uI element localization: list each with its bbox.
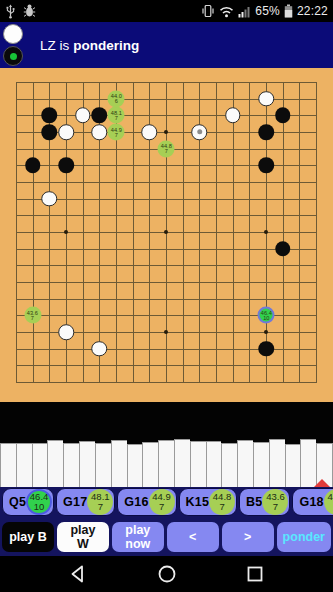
star-point [264, 330, 268, 334]
winrate-bar [79, 441, 95, 487]
candidate-stats-circle: 48.17 [87, 489, 113, 515]
wifi-icon [219, 5, 234, 18]
candidate-visits: 7 [219, 502, 224, 512]
candidate-move-coord: G17 [63, 495, 87, 509]
white-stone [225, 108, 241, 124]
white-stone-indicator [3, 24, 23, 44]
black-stone [25, 158, 41, 174]
winrate-bar [95, 443, 111, 487]
status-left-icons [5, 4, 36, 19]
candidate-visits: 10 [34, 502, 45, 512]
black-stone [275, 241, 291, 257]
white-stone [142, 124, 158, 140]
black-stone [258, 158, 274, 174]
grid-line [316, 82, 317, 383]
candidate-move-label[interactable]: 44.87 [158, 140, 175, 157]
grid-line [216, 82, 217, 383]
candidate-move-label[interactable]: 46.410 [258, 307, 275, 324]
grid-line [299, 82, 300, 383]
candidate-chip-b5[interactable]: B543.67 [239, 488, 290, 516]
star-point [164, 230, 168, 234]
candidate-chip-g18[interactable]: G1844.06 [292, 488, 333, 516]
usb-icon [5, 4, 16, 19]
candidate-visits: 7 [98, 502, 103, 512]
grid-line [16, 365, 317, 366]
page-title: LZ ispondering [40, 22, 139, 68]
winrate-bar [269, 439, 285, 487]
candidate-chip-g17[interactable]: G1748.17 [56, 488, 115, 516]
clock: 22:22 [297, 4, 328, 18]
battery-percent: 65% [255, 4, 280, 18]
winrate-bar [16, 443, 32, 487]
black-stone [258, 341, 274, 357]
winrate-bar [47, 440, 63, 487]
candidate-label-text: 46.410 [261, 310, 272, 321]
white-stone [192, 124, 208, 140]
candidate-move-coord: Q5 [9, 495, 26, 509]
candidate-move-list: Q546.410G1748.17G1644.97K1544.87B543.67G… [0, 487, 333, 517]
black-stone [92, 108, 108, 124]
white-stone [92, 124, 108, 140]
grid-line [183, 82, 184, 383]
winrate-bar [174, 439, 190, 487]
controls-row: play Bplay Wplay now<>ponder [0, 517, 333, 556]
winrate-bar [253, 442, 269, 487]
home-icon[interactable] [157, 564, 177, 584]
white-stone [92, 341, 108, 357]
candidate-chip-g16[interactable]: G1644.97 [117, 488, 176, 516]
star-point [164, 130, 168, 134]
control-ponder[interactable]: ponder [277, 522, 331, 552]
candidate-stats-circle: 44.06 [324, 489, 333, 515]
grid-line [16, 282, 317, 283]
black-stone [42, 124, 58, 140]
current-move-marker-icon [314, 479, 330, 487]
candidate-visits: 7 [159, 502, 164, 512]
winrate-bar [190, 441, 206, 487]
winrate-bar [221, 443, 237, 487]
candidate-stats-circle: 43.67 [262, 489, 288, 515]
candidate-label-text: 44.97 [111, 126, 122, 137]
title-bar: LZ ispondering [0, 22, 333, 68]
grid-line [16, 382, 317, 383]
grid-line [16, 299, 317, 300]
winrate-bar [0, 443, 16, 487]
turn-indicator-dot [10, 53, 17, 60]
white-stone [258, 91, 274, 107]
winrate-history-panel[interactable] [0, 402, 333, 487]
white-stone [58, 324, 74, 340]
candidate-stats-circle: 46.410 [26, 489, 52, 515]
app-screen: 65% 22:22 LZ ispondering 46.41048.1744.9… [0, 0, 333, 592]
last-move-marker [197, 130, 202, 135]
candidate-chip-k15[interactable]: K1544.87 [179, 488, 238, 516]
winrate-bar [206, 441, 222, 487]
candidate-move-label[interactable]: 44.06 [108, 90, 125, 107]
candidate-chip-q5[interactable]: Q546.410 [2, 488, 54, 516]
candidate-stats-circle: 44.97 [149, 489, 175, 515]
black-stone [42, 108, 58, 124]
white-stone [42, 191, 58, 207]
grid-line [16, 265, 317, 266]
winrate-bar [127, 444, 143, 487]
star-point [64, 230, 68, 234]
candidate-label-text: 43.67 [27, 310, 38, 321]
black-stone [58, 158, 74, 174]
android-status-bar: 65% 22:22 [0, 0, 333, 22]
control-play-now[interactable]: play now [112, 522, 164, 552]
winrate-bar [63, 443, 79, 487]
candidate-move-coord: G18 [299, 495, 323, 509]
black-stone [275, 108, 291, 124]
white-stone [75, 108, 91, 124]
candidate-move-coord: B5 [246, 495, 262, 509]
vibrate-icon [201, 4, 215, 18]
winrate-bar [237, 440, 253, 487]
candidate-move-coord: K15 [186, 495, 210, 509]
candidate-move-label[interactable]: 43.67 [24, 307, 41, 324]
candidate-label-text: 44.87 [161, 143, 172, 154]
winrate-bar [32, 443, 48, 487]
grid-line [283, 82, 284, 383]
winrate-history-chart [0, 402, 333, 487]
back-icon[interactable] [68, 564, 88, 584]
candidate-stats-circle: 44.87 [209, 489, 235, 515]
winrate-bar [142, 442, 158, 487]
control-play-b[interactable]: play B [2, 522, 54, 552]
grid-line [233, 82, 234, 383]
candidate-visits: 7 [273, 502, 278, 512]
signal-icon [238, 5, 251, 18]
winrate-bar [111, 440, 127, 487]
black-stone [258, 124, 274, 140]
winrate-bar [285, 444, 301, 487]
candidate-move-label[interactable]: 44.97 [108, 124, 125, 141]
android-nav-bar [0, 556, 333, 592]
white-stone [58, 124, 74, 140]
battery-icon [284, 4, 293, 18]
grid-line [249, 82, 250, 383]
candidate-winrate: 44.0 [327, 492, 333, 502]
candidate-move-label[interactable]: 48.17 [108, 107, 125, 124]
control-next-move[interactable]: > [222, 522, 274, 552]
winrate-bar [158, 440, 174, 487]
candidate-move-coord: G16 [124, 495, 148, 509]
grid-line [16, 249, 317, 250]
control-prev-move[interactable]: < [167, 522, 219, 552]
black-stone-indicator [3, 46, 23, 66]
candidate-label-text: 44.06 [111, 93, 122, 104]
bug-icon [23, 4, 36, 18]
star-point [264, 230, 268, 234]
go-board[interactable]: 46.41048.1744.9744.8743.6744.06 [0, 68, 333, 402]
candidate-label-text: 48.17 [111, 110, 122, 121]
control-play-w[interactable]: play W [57, 522, 109, 552]
recents-icon[interactable] [245, 564, 265, 584]
star-point [164, 330, 168, 334]
